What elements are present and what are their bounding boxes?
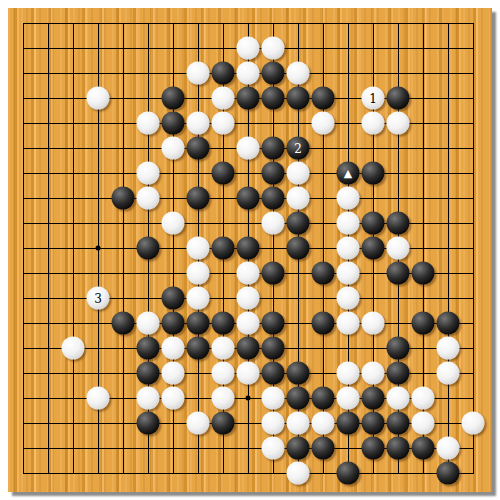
stone-white[interactable]: 3 [87, 287, 110, 310]
stone-black[interactable] [287, 212, 310, 235]
stone-black[interactable] [362, 437, 385, 460]
stone-black[interactable] [212, 312, 235, 335]
move-number-label: 3 [94, 292, 102, 304]
stone-black[interactable] [162, 312, 185, 335]
stone-black[interactable] [412, 312, 435, 335]
stone-white[interactable] [237, 312, 260, 335]
triangle-marker: ▲ [344, 167, 352, 179]
stone-black[interactable] [287, 437, 310, 460]
stone-white[interactable] [262, 437, 285, 460]
stone-black[interactable] [362, 212, 385, 235]
stone-white[interactable] [387, 112, 410, 135]
stone-white[interactable] [337, 212, 360, 235]
stone-white[interactable] [87, 387, 110, 410]
stone-white[interactable] [137, 387, 160, 410]
stone-white[interactable] [337, 387, 360, 410]
stone-black[interactable] [262, 187, 285, 210]
move-number-label: 2 [294, 142, 302, 154]
stone-black[interactable] [237, 187, 260, 210]
stone-black[interactable] [262, 262, 285, 285]
stone-white[interactable] [262, 212, 285, 235]
stone-white[interactable] [212, 87, 235, 110]
go-board[interactable]: 12▲3 [8, 8, 492, 492]
stone-white[interactable] [287, 187, 310, 210]
stone-black[interactable] [262, 362, 285, 385]
stone-white[interactable] [362, 112, 385, 135]
stone-white[interactable] [287, 162, 310, 185]
stone-white[interactable] [237, 362, 260, 385]
stone-white[interactable] [437, 362, 460, 385]
stone-white[interactable] [312, 112, 335, 135]
stone-black[interactable] [387, 337, 410, 360]
stone-black[interactable] [212, 237, 235, 260]
stone-black[interactable] [287, 362, 310, 385]
stone-white[interactable] [137, 312, 160, 335]
stone-black[interactable] [137, 412, 160, 435]
stone-black[interactable] [212, 162, 235, 185]
stone-black[interactable] [287, 237, 310, 260]
stone-white[interactable] [237, 137, 260, 160]
stone-black[interactable] [237, 337, 260, 360]
stone-black[interactable] [262, 162, 285, 185]
star-point [96, 246, 101, 251]
stone-white[interactable] [262, 412, 285, 435]
stone-white[interactable] [187, 112, 210, 135]
stone-black[interactable] [137, 362, 160, 385]
stone-white[interactable] [187, 412, 210, 435]
stone-white[interactable] [187, 262, 210, 285]
star-point [246, 396, 251, 401]
stone-white[interactable] [287, 62, 310, 85]
stone-white[interactable] [187, 62, 210, 85]
stone-white[interactable] [162, 212, 185, 235]
stone-black[interactable] [237, 87, 260, 110]
stone-black[interactable] [362, 412, 385, 435]
stone-white[interactable] [312, 412, 335, 435]
stone-black[interactable] [187, 337, 210, 360]
stone-black[interactable] [337, 412, 360, 435]
stone-white[interactable] [187, 287, 210, 310]
stone-white[interactable] [337, 262, 360, 285]
stone-black[interactable] [262, 137, 285, 160]
stone-black[interactable] [312, 387, 335, 410]
stone-black[interactable] [412, 437, 435, 460]
stone-black[interactable] [262, 312, 285, 335]
stone-white[interactable] [387, 237, 410, 260]
stone-black[interactable] [262, 62, 285, 85]
stone-white[interactable] [162, 337, 185, 360]
stone-white[interactable] [287, 412, 310, 435]
stone-white[interactable] [287, 462, 310, 485]
stone-black[interactable]: ▲ [337, 162, 360, 185]
stone-black[interactable] [262, 337, 285, 360]
stone-white[interactable] [262, 387, 285, 410]
stone-white[interactable] [337, 237, 360, 260]
stone-black[interactable] [187, 187, 210, 210]
stone-white[interactable] [437, 337, 460, 360]
stone-white[interactable] [187, 237, 210, 260]
stone-white[interactable] [162, 362, 185, 385]
stone-black[interactable] [437, 462, 460, 485]
grid-line [23, 473, 474, 474]
stone-white[interactable] [137, 187, 160, 210]
stone-black[interactable] [387, 87, 410, 110]
stone-black[interactable] [312, 262, 335, 285]
stone-black[interactable] [387, 437, 410, 460]
stone-black[interactable] [162, 112, 185, 135]
stone-white[interactable] [237, 37, 260, 60]
stone-black[interactable] [237, 237, 260, 260]
stone-white[interactable] [212, 362, 235, 385]
stone-white[interactable] [137, 162, 160, 185]
stone-black[interactable] [287, 387, 310, 410]
stone-white[interactable] [462, 412, 485, 435]
stone-white[interactable] [237, 262, 260, 285]
stone-white[interactable] [62, 337, 85, 360]
stone-black[interactable] [387, 412, 410, 435]
stone-black[interactable] [212, 62, 235, 85]
stone-white[interactable] [162, 137, 185, 160]
stone-black[interactable] [362, 162, 385, 185]
stone-black[interactable] [262, 87, 285, 110]
stone-black[interactable] [162, 87, 185, 110]
stone-white[interactable] [237, 287, 260, 310]
stone-black[interactable] [437, 312, 460, 335]
stone-black[interactable] [112, 312, 135, 335]
stone-black[interactable] [387, 362, 410, 385]
stone-black[interactable] [212, 412, 235, 435]
stone-black[interactable] [387, 212, 410, 235]
stone-black[interactable] [112, 187, 135, 210]
stone-white[interactable] [362, 362, 385, 385]
stone-white[interactable] [262, 37, 285, 60]
stone-white[interactable]: 1 [362, 87, 385, 110]
stone-black[interactable] [162, 287, 185, 310]
stone-black[interactable] [412, 262, 435, 285]
stone-white[interactable] [437, 437, 460, 460]
stone-black[interactable]: 2 [287, 137, 310, 160]
stone-black[interactable] [387, 262, 410, 285]
stone-white[interactable] [212, 112, 235, 135]
stone-black[interactable] [187, 137, 210, 160]
stone-white[interactable] [337, 287, 360, 310]
stone-white[interactable] [212, 387, 235, 410]
stone-black[interactable] [362, 387, 385, 410]
stone-black[interactable] [137, 337, 160, 360]
stone-black[interactable] [362, 237, 385, 260]
stone-black[interactable] [312, 87, 335, 110]
move-number-label: 1 [369, 92, 377, 104]
stone-white[interactable] [87, 87, 110, 110]
grid-line [473, 23, 474, 474]
stone-black[interactable] [187, 312, 210, 335]
stone-white[interactable] [212, 337, 235, 360]
stone-black[interactable] [312, 437, 335, 460]
stone-black[interactable] [137, 237, 160, 260]
stone-black[interactable] [287, 87, 310, 110]
stone-white[interactable] [237, 62, 260, 85]
stone-white[interactable] [412, 412, 435, 435]
stone-white[interactable] [362, 312, 385, 335]
stone-black[interactable] [312, 312, 335, 335]
stone-white[interactable] [162, 387, 185, 410]
stone-white[interactable] [337, 187, 360, 210]
stone-white[interactable] [337, 362, 360, 385]
stone-white[interactable] [387, 387, 410, 410]
stone-black[interactable] [337, 462, 360, 485]
stone-white[interactable] [137, 112, 160, 135]
stone-white[interactable] [337, 312, 360, 335]
grid-line [448, 23, 449, 474]
stone-white[interactable] [412, 387, 435, 410]
